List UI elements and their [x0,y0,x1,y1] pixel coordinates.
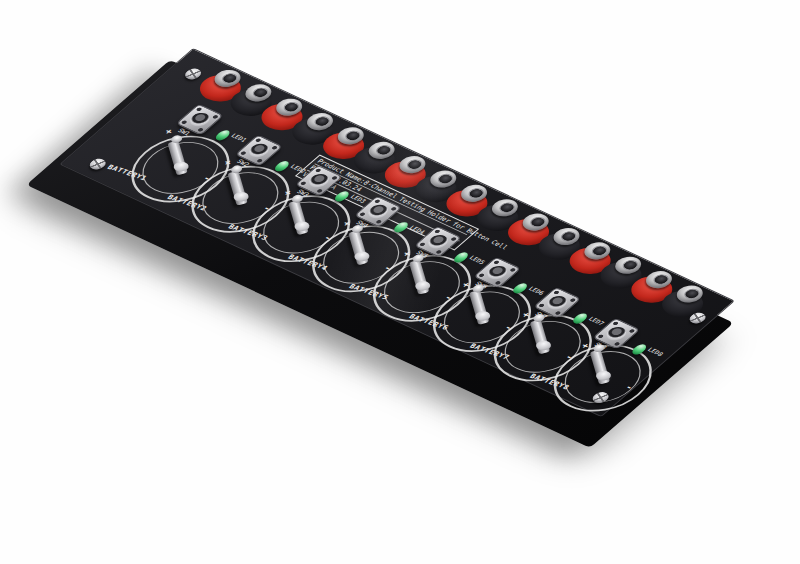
led-label: LED8 [647,346,666,357]
led-indicator [213,129,232,142]
product-photo: Product Name:8-Channel Testing Holder fo… [0,0,800,564]
led-label: LED1 [230,132,249,143]
led-indicator [273,159,292,172]
led-label: LED5 [468,254,487,265]
led-label: LED7 [587,315,606,326]
corner-screw [182,67,205,82]
led-label: LED6 [528,285,547,296]
